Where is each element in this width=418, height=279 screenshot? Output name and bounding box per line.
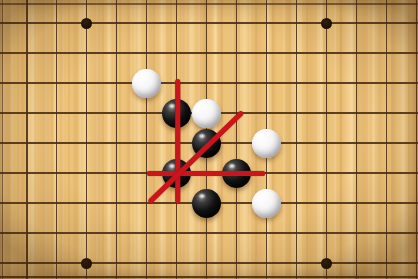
star-point: [321, 18, 332, 29]
white-stone: ○: [252, 189, 281, 218]
white-stone: ○: [252, 129, 281, 158]
gomoku-screenshot: ○●○●○●●●○: [0, 0, 418, 279]
red-horizontal-line: [147, 171, 265, 176]
gomoku-board[interactable]: ○●○●○●●●○: [12, 8, 418, 278]
star-point: [321, 258, 332, 269]
star-point: [81, 258, 92, 269]
red-vertical-line: [175, 79, 180, 203]
white-stone: ○: [192, 99, 221, 128]
stone-glyph: ○: [254, 129, 278, 158]
stone-glyph: ○: [194, 99, 218, 128]
board-edge-line-top: [0, 3, 418, 5]
white-stone: ○: [132, 69, 161, 98]
stone-glyph: ○: [254, 189, 278, 218]
star-point: [81, 18, 92, 29]
board-edge-line-left: [2, 0, 4, 279]
black-stone: ●: [192, 189, 221, 218]
stone-glyph: ○: [134, 69, 158, 98]
stone-glyph: ●: [194, 189, 218, 218]
